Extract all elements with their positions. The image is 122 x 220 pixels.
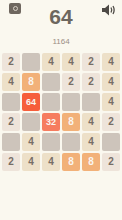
tile-4: 4 — [82, 133, 100, 151]
empty-cell — [42, 133, 60, 151]
tile-64: 64 — [22, 93, 40, 111]
tile-4: 4 — [42, 53, 60, 71]
board[interactable]: 244244822464423284244244882 — [2, 53, 120, 171]
empty-cell — [2, 133, 20, 151]
tile-4: 4 — [102, 73, 120, 91]
sound-button[interactable] — [101, 3, 117, 17]
tile-2: 2 — [2, 113, 20, 131]
tile-8: 8 — [62, 113, 80, 131]
empty-cell — [22, 53, 40, 71]
tile-4: 4 — [22, 133, 40, 151]
empty-cell — [42, 73, 60, 91]
empty-cell — [2, 93, 20, 111]
restart-icon — [13, 6, 18, 11]
restart-button[interactable] — [9, 3, 21, 14]
tile-32: 32 — [42, 113, 60, 131]
tile-2: 2 — [2, 153, 20, 171]
tile-4: 4 — [22, 153, 40, 171]
empty-cell — [22, 113, 40, 131]
tile-8: 8 — [62, 153, 80, 171]
tile-2: 2 — [82, 73, 100, 91]
tile-4: 4 — [102, 93, 120, 111]
tile-8: 8 — [22, 73, 40, 91]
empty-cell — [82, 93, 100, 111]
tile-8: 8 — [82, 153, 100, 171]
tile-4: 4 — [2, 73, 20, 91]
empty-cell — [42, 93, 60, 111]
tile-4: 4 — [82, 113, 100, 131]
tile-4: 4 — [102, 53, 120, 71]
tile-2: 2 — [82, 53, 100, 71]
volume-on-icon — [101, 3, 117, 17]
tile-2: 2 — [62, 73, 80, 91]
tile-4: 4 — [42, 153, 60, 171]
tile-4: 4 — [62, 53, 80, 71]
top-bar: 64 — [0, 0, 122, 36]
tile-2: 2 — [2, 53, 20, 71]
tile-2: 2 — [102, 113, 120, 131]
empty-cell — [62, 93, 80, 111]
empty-cell — [102, 133, 120, 151]
score-value: 1164 — [0, 36, 122, 48]
tile-2: 2 — [102, 153, 120, 171]
empty-cell — [62, 133, 80, 151]
